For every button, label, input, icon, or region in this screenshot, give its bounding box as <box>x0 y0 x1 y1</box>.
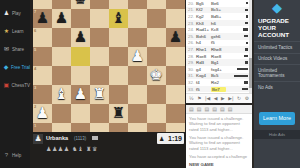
move-number: 28. <box>188 54 196 59</box>
square-f4[interactable] <box>128 66 147 85</box>
move-number: 26. <box>188 40 196 45</box>
sidebar-item-learn[interactable]: ★Learn <box>0 26 30 36</box>
square-d8[interactable] <box>90 0 109 9</box>
new-game-label: NEW GAME <box>189 162 249 167</box>
black-move[interactable]: Bc5+ <box>211 7 226 12</box>
eval-bar-fill <box>243 28 248 30</box>
chat-message: You have accepted a challenge <box>189 154 249 159</box>
chat-message: You have issued a challenge. Waiting to … <box>189 135 249 151</box>
move-number: 31. <box>188 73 196 78</box>
white-move[interactable]: Rxe8 <box>196 54 211 59</box>
square-g2[interactable] <box>147 104 166 123</box>
black-move[interactable]: Be6 <box>211 1 226 6</box>
square-b4[interactable] <box>52 66 71 85</box>
first-move-icon[interactable]: |◀ <box>205 96 210 101</box>
sidebar-item-label: ChessTV <box>11 83 30 88</box>
black-move[interactable]: Rxe8 <box>211 54 226 59</box>
black-move[interactable]: Be7 <box>211 87 226 92</box>
square-e7[interactable]: ♝ <box>109 9 128 28</box>
sidebar-item-label: Share <box>12 47 24 52</box>
tv-icon: ▣ <box>3 82 9 89</box>
player-bar: ♟ Urbanka (1113) ♟♟♟♟ ♞♝ ♜♛ ♟ 1:19 <box>30 132 186 168</box>
last-move-icon[interactable]: ▶| <box>228 96 233 101</box>
diamond-icon: ◆ <box>254 0 300 16</box>
move-list[interactable]: 20.Bg5Be621.Kf2Bc5+22.Kg2Bd5+23.Kh3h624.… <box>186 0 252 103</box>
eval-bar-fill <box>245 61 248 63</box>
learn-more-button[interactable]: Learn More <box>259 112 295 125</box>
upgrade-benefit-item: Unlimited Tactics <box>254 41 300 53</box>
new-game-players[interactable]: Urbanka vs. BS simonovic (1) <box>189 167 249 168</box>
resign-flag-icon[interactable]: ⚑ <box>197 96 201 101</box>
games-tab-icon[interactable]: ▤ <box>204 106 209 112</box>
move-number: 22. <box>188 14 196 19</box>
players-tab-icon[interactable]: ▤ <box>197 106 202 112</box>
white-move[interactable]: Kg2 <box>196 14 211 19</box>
white-move[interactable]: g4 <box>196 67 211 72</box>
black-r-piece: ♜ <box>112 104 125 123</box>
square-c3[interactable]: ♟ <box>71 85 90 104</box>
white-p-piece: ♟ <box>36 104 49 123</box>
eval-bar-fill <box>244 55 248 57</box>
move-number: 32. <box>188 80 196 85</box>
square-g8[interactable] <box>147 0 166 9</box>
rank-label: 6 <box>34 28 36 33</box>
board-area: 8♚7♟♟♝6♟♟5♟4♚3♝♟♜2♟♜1 ♟ Urbanka (1113) ♟… <box>30 0 186 168</box>
sidebar-item-label: Free Trial <box>11 65 30 70</box>
rank-label: 1 <box>34 123 36 128</box>
sidebar-item-help[interactable]: ?Help <box>0 150 21 160</box>
white-move[interactable]: Rad1+ <box>196 27 211 32</box>
square-d2[interactable] <box>90 104 109 123</box>
move-number: 29. <box>188 60 196 65</box>
upgrade-sidebar: ◆ Upgrade Your Account Unlimited Tactics… <box>254 0 300 168</box>
eval-bar-fill <box>245 9 248 11</box>
square-g3[interactable] <box>147 85 166 104</box>
white-k-piece: ♚ <box>150 66 163 85</box>
black-move[interactable]: gxh6 <box>211 34 226 39</box>
square-a8[interactable]: 8 <box>33 0 52 9</box>
sidebar-item-share[interactable]: ✉Share <box>0 44 30 54</box>
square-h5[interactable] <box>166 47 185 66</box>
eval-bar-fill <box>237 68 248 70</box>
square-f8[interactable] <box>128 0 147 9</box>
upgrade-benefit-item: No Ads <box>254 81 300 93</box>
square-f7[interactable] <box>128 9 147 28</box>
move-row[interactable]: 31.Kxg4Bc5 <box>186 73 252 80</box>
black-p-piece: ♟ <box>74 28 87 47</box>
black-move[interactable]: f5 <box>211 40 226 45</box>
chat-messages: You have issued a challenge. Waiting to … <box>186 114 252 168</box>
eval-bar-fill <box>244 35 248 37</box>
square-c7[interactable] <box>71 9 90 28</box>
white-p-piece: ♟ <box>74 85 87 104</box>
help-icon: ? <box>3 152 10 159</box>
square-b5[interactable] <box>52 47 71 66</box>
white-move[interactable]: f5 <box>196 87 211 92</box>
square-f5[interactable]: ♟ <box>128 47 147 66</box>
upgrade-title: Upgrade Your Account <box>254 16 300 41</box>
move-row[interactable]: 23.Kh3h6 <box>186 20 252 27</box>
eval-bar-fill <box>234 75 248 77</box>
share-icon: ✉ <box>3 46 10 53</box>
move-list-scrollbar[interactable] <box>249 0 252 93</box>
black-move[interactable]: Bd5+ <box>211 14 226 19</box>
square-f6[interactable] <box>128 28 147 47</box>
settings-icon[interactable]: ⚙ <box>245 96 249 101</box>
square-h2[interactable] <box>166 104 185 123</box>
chat-tab-icon[interactable]: ▤ <box>189 106 194 112</box>
diamond-icon: ◆ <box>3 64 9 71</box>
player-avatar[interactable]: ♟ <box>33 134 43 144</box>
captured-pieces: ♟♟♟♟ ♞♝ ♜♛ <box>46 145 98 152</box>
player-rating: (1113) <box>74 136 86 141</box>
white-move[interactable]: Bg5 <box>196 1 211 6</box>
square-a4[interactable]: 4 <box>33 66 52 85</box>
square-a7[interactable]: 7♟ <box>33 9 52 28</box>
black-b-piece: ♝ <box>112 9 125 28</box>
move-row[interactable]: 21.Kf2Bc5+ <box>186 7 252 14</box>
tournaments-tab-icon[interactable]: ▤ <box>212 106 217 112</box>
move-number: 25. <box>188 34 196 39</box>
white-move[interactable]: Kh3 <box>196 21 211 26</box>
move-row[interactable]: 20.Bg5Be6 <box>186 0 252 7</box>
move-number: 20. <box>188 1 196 6</box>
upgrade-benefits: Unlimited TacticsUnlock VideosUnlimited … <box>254 41 300 93</box>
left-sidebar: ♟Play★Learn✉Share◆Free Trial▣ChessTV?Hel… <box>0 0 30 168</box>
square-b8[interactable] <box>52 0 71 9</box>
chat-tab-bar: ▤▤▤▤▤▤ <box>186 105 252 114</box>
rank-label: 7 <box>34 9 36 14</box>
prev-move-icon[interactable]: ◀ <box>214 96 218 101</box>
square-g5[interactable] <box>147 47 166 66</box>
flip-board-icon[interactable]: ↻ <box>237 96 241 101</box>
upgrade-benefit-item: Unlimited Tournaments <box>254 64 300 81</box>
square-e8[interactable] <box>109 0 128 9</box>
player-clock: ♟ 1:19 <box>157 133 184 144</box>
square-d5[interactable] <box>90 47 109 66</box>
eval-bar-fill <box>245 48 248 50</box>
square-a2[interactable]: 2♟ <box>33 104 52 123</box>
square-c2[interactable] <box>71 104 90 123</box>
move-toolbar: ½⚑|◀◀▶▶|↻⚙ <box>186 93 252 103</box>
black-p-piece: ♟ <box>169 28 182 47</box>
move-row[interactable]: 25.Bxh6gxh6 <box>186 33 252 40</box>
move-row[interactable]: 33.f5Be7 <box>186 86 252 93</box>
square-c4[interactable] <box>71 66 90 85</box>
square-h7[interactable] <box>166 9 185 28</box>
white-r-piece: ♜ <box>93 85 106 104</box>
learn-icon: ★ <box>3 28 10 35</box>
white-move[interactable]: Bxh6 <box>196 34 211 39</box>
rank-label: 3 <box>34 85 36 90</box>
white-move[interactable]: Rhe1 <box>196 47 211 52</box>
white-move[interactable]: Kf2 <box>196 7 211 12</box>
square-e5[interactable] <box>109 47 128 66</box>
chat-message: You have issued a challenge. Waiting to … <box>189 116 249 132</box>
move-row[interactable]: 22.Kg2Bd5+ <box>186 13 252 20</box>
square-e6[interactable] <box>109 28 128 47</box>
square-d4[interactable] <box>90 66 109 85</box>
black-move[interactable]: Kc8 <box>211 27 226 32</box>
eval-bar-fill <box>244 81 248 83</box>
upgrade-benefit-item: Unlock Videos <box>254 53 300 65</box>
sidebar-item-chesstv[interactable]: ▣ChessTV <box>0 80 30 90</box>
next-move-icon[interactable]: ▶ <box>221 96 225 101</box>
square-b3[interactable]: ♝ <box>52 85 71 104</box>
flag-icon <box>92 136 98 140</box>
square-e2[interactable]: ♜ <box>109 104 128 123</box>
options-tab-icon[interactable]: ▤ <box>228 106 233 112</box>
square-e3[interactable] <box>109 85 128 104</box>
white-p-piece: ♟ <box>131 47 144 66</box>
hide-ads-button[interactable]: Hide Ads <box>254 130 300 139</box>
square-g4[interactable]: ♚ <box>147 66 166 85</box>
move-number: 21. <box>188 7 196 12</box>
move-number: 24. <box>188 27 196 32</box>
move-row[interactable]: 24.Rad1+Kc8 <box>186 26 252 33</box>
sidebar-item-play[interactable]: ♟Play <box>0 8 30 18</box>
white-move[interactable]: Rd3 <box>196 60 211 65</box>
white-move[interactable]: h4 <box>196 40 211 45</box>
black-move[interactable]: h6 <box>211 21 226 26</box>
move-row[interactable]: 27.Rhe1Rhe8 <box>186 46 252 53</box>
square-b7[interactable]: ♟ <box>52 9 71 28</box>
square-c8[interactable]: ♚ <box>71 0 90 9</box>
square-h8[interactable] <box>166 0 185 9</box>
rank-label: 4 <box>34 66 36 71</box>
white-move[interactable]: Kxg4 <box>196 73 211 78</box>
draw-offer-icon[interactable]: ½ <box>189 96 194 101</box>
black-move[interactable]: Bc5 <box>211 73 226 78</box>
scrollbar-thumb[interactable] <box>249 58 252 88</box>
square-d3[interactable]: ♜ <box>90 85 109 104</box>
stats-tab-icon[interactable]: ▤ <box>220 106 225 112</box>
rank-label: 2 <box>34 104 36 109</box>
black-move[interactable]: fxg4+ <box>211 67 226 72</box>
square-d6[interactable] <box>90 28 109 47</box>
square-a5[interactable]: 5 <box>33 47 52 66</box>
square-c6[interactable]: ♟ <box>71 28 90 47</box>
square-h3[interactable] <box>166 85 185 104</box>
eval-bar-fill <box>246 2 248 4</box>
black-k-piece: ♚ <box>74 0 87 9</box>
square-b2[interactable] <box>52 104 71 123</box>
square-b6[interactable] <box>52 28 71 47</box>
move-row[interactable]: 29.Rd3Bg1 <box>186 59 252 66</box>
chat-panel: ▤▤▤▤▤▤ You have issued a challenge. Wait… <box>186 105 252 168</box>
square-g7[interactable] <box>147 9 166 28</box>
eval-bar-fill <box>245 22 248 24</box>
square-f2[interactable] <box>128 104 147 123</box>
square-a3[interactable]: 3 <box>33 85 52 104</box>
square-e4[interactable] <box>109 66 128 85</box>
black-move[interactable]: Bg1 <box>211 60 226 65</box>
square-h4[interactable] <box>166 66 185 85</box>
sidebar-item-label: Learn <box>12 29 24 34</box>
move-row[interactable]: 32.f4Re2 <box>186 79 252 86</box>
black-p-piece: ♟ <box>55 9 68 28</box>
eval-bar-fill <box>246 15 248 17</box>
square-a6[interactable]: 6 <box>33 28 52 47</box>
square-f3[interactable] <box>128 85 147 104</box>
square-h6[interactable]: ♟ <box>166 28 185 47</box>
move-number: 30. <box>188 67 196 72</box>
square-c5[interactable] <box>71 47 90 66</box>
rank-label: 5 <box>34 47 36 52</box>
sidebar-item-free-trial[interactable]: ◆Free Trial <box>0 62 30 72</box>
pawn-icon: ♟ <box>3 10 10 17</box>
square-g6[interactable] <box>147 28 166 47</box>
white-move[interactable]: f4 <box>196 80 211 85</box>
clock-time: 1:19 <box>164 135 182 142</box>
white-b-piece: ♝ <box>55 85 68 104</box>
move-row[interactable]: 26.h4f5 <box>186 40 252 47</box>
black-move[interactable]: Re2 <box>211 80 226 85</box>
chess-board[interactable]: 8♚7♟♟♝6♟♟5♟4♚3♝♟♜2♟♜1 <box>33 0 185 142</box>
move-row[interactable]: 30.g4fxg4+ <box>186 66 252 73</box>
player-name[interactable]: Urbanka <box>46 135 68 141</box>
black-move[interactable]: Rhe8 <box>211 47 226 52</box>
black-p-piece: ♟ <box>36 9 49 28</box>
move-number: 27. <box>188 47 196 52</box>
sidebar-item-label: Play <box>12 11 21 16</box>
sidebar-item-label: Help <box>12 153 21 158</box>
square-d7[interactable] <box>90 9 109 28</box>
move-number: 23. <box>188 21 196 26</box>
move-number: 33. <box>188 87 196 92</box>
eval-bar-fill <box>242 88 248 90</box>
eval-bar-fill <box>246 42 248 44</box>
move-row[interactable]: 28.Rxe8Rxe8 <box>186 53 252 60</box>
